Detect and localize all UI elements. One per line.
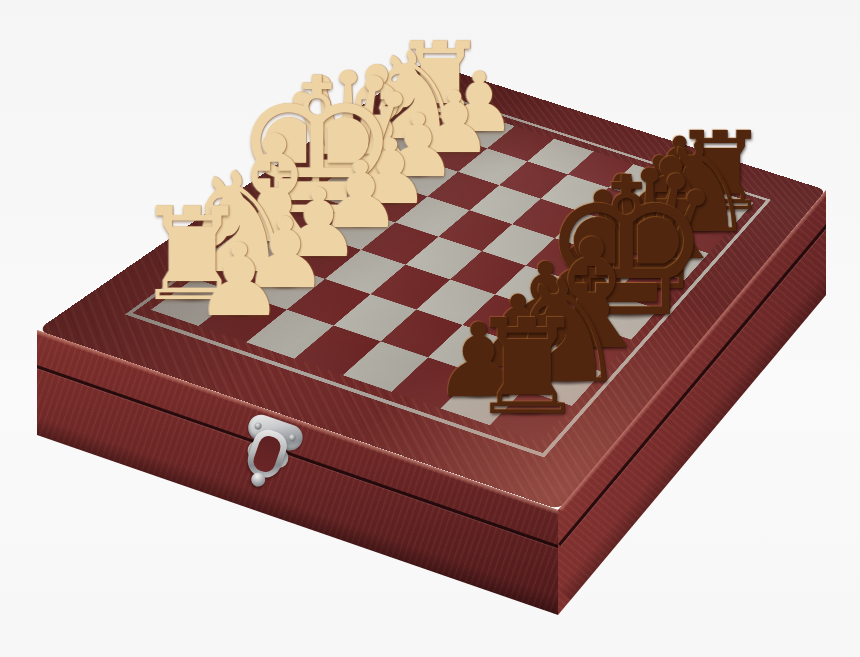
clasp-hook-opening bbox=[251, 433, 284, 474]
screw-icon bbox=[254, 422, 263, 431]
screw-icon bbox=[288, 433, 297, 442]
product-photo-scene: ♜♟♟♜♞♟♟♞♝♟♟♝♛♟♟♛♚♟♟♚♝♟♟♝♞♟♟♞♜♟♟♜ bbox=[0, 0, 860, 657]
